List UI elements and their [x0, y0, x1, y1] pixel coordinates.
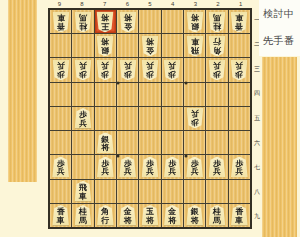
piece-kanji: 兵 — [191, 168, 199, 177]
piece-gote-lance[interactable]: 香車 — [230, 11, 249, 32]
square-4-6[interactable] — [162, 131, 183, 154]
piece-gote-pawn[interactable]: 歩兵 — [73, 60, 92, 81]
piece-kanji: 兵 — [213, 168, 221, 177]
piece-kanji: 兵 — [213, 61, 221, 70]
piece-gote-silver[interactable]: 銀将 — [185, 11, 204, 32]
square-3-2[interactable]: 飛車 — [184, 34, 205, 57]
square-3-1[interactable]: 銀将 — [184, 10, 205, 33]
piece-sente-lance[interactable]: 香車 — [230, 205, 249, 226]
square-2-8[interactable] — [206, 180, 227, 203]
status-panel: 検討中 先手番 — [259, 0, 300, 56]
square-5-5[interactable] — [139, 107, 160, 130]
piece-kanji: 兵 — [79, 119, 87, 128]
piece-kanji: 兵 — [101, 61, 109, 70]
piece-kanji: 将 — [101, 12, 109, 21]
square-6-1[interactable]: 金将 — [117, 10, 138, 33]
square-5-1[interactable] — [139, 10, 160, 33]
gote-captured-tray — [8, 0, 37, 182]
piece-sente-rook[interactable]: 飛車 — [73, 181, 92, 202]
rank-label-8: 八 — [253, 180, 261, 205]
star-point — [117, 155, 120, 158]
square-8-3[interactable]: 歩兵 — [72, 58, 93, 81]
star-point — [117, 82, 120, 85]
file-label-9: 9 — [48, 0, 71, 8]
square-6-4[interactable] — [117, 83, 138, 106]
square-1-4[interactable] — [229, 83, 250, 106]
piece-sente-pawn[interactable]: 歩兵 — [51, 156, 70, 177]
piece-kanji: 将 — [191, 12, 199, 21]
piece-kanji: 馬 — [79, 12, 87, 21]
piece-gote-knight[interactable]: 桂馬 — [207, 11, 226, 32]
piece-sente-pawn[interactable]: 歩兵 — [163, 156, 182, 177]
square-9-9[interactable]: 香車 — [50, 204, 71, 227]
square-3-8[interactable] — [184, 180, 205, 203]
square-3-9[interactable]: 銀将 — [184, 204, 205, 227]
piece-kanji: 兵 — [57, 61, 65, 70]
square-3-4[interactable] — [184, 83, 205, 106]
square-8-5[interactable]: 歩兵 — [72, 107, 93, 130]
piece-sente-king[interactable]: 玉将 — [140, 205, 159, 226]
file-label-6: 6 — [116, 0, 139, 8]
file-labels: 987654321 — [48, 0, 252, 8]
piece-sente-silver[interactable]: 銀将 — [185, 205, 204, 226]
square-5-9[interactable]: 玉将 — [139, 204, 160, 227]
square-4-7[interactable]: 歩兵 — [162, 155, 183, 178]
square-4-9[interactable]: 金将 — [162, 204, 183, 227]
square-7-2[interactable]: 銀将 — [95, 34, 116, 57]
piece-kanji: 馬 — [213, 216, 221, 225]
square-9-1[interactable]: 香車 — [50, 10, 71, 33]
piece-kanji: 桂 — [213, 21, 221, 30]
file-label-5: 5 — [139, 0, 162, 8]
square-3-3[interactable] — [184, 58, 205, 81]
piece-sente-pawn[interactable]: 歩兵 — [140, 156, 159, 177]
square-7-8[interactable] — [95, 180, 116, 203]
piece-kanji: 歩 — [79, 69, 87, 78]
piece-kanji: 兵 — [124, 61, 132, 70]
piece-kanji: 将 — [101, 144, 109, 153]
piece-kanji: 車 — [57, 12, 65, 21]
piece-kanji: 歩 — [191, 117, 199, 126]
rank-label-6: 六 — [253, 131, 261, 156]
piece-kanji: 歩 — [146, 69, 154, 78]
square-4-2[interactable] — [162, 34, 183, 57]
piece-kanji: 兵 — [146, 168, 154, 177]
square-5-6[interactable] — [139, 131, 160, 154]
shogi-board: 香車桂馬王将金将銀将桂馬香車銀将金将飛車角行歩兵歩兵歩兵歩兵歩兵歩兵歩兵歩兵歩兵… — [48, 8, 252, 229]
square-6-3[interactable]: 歩兵 — [117, 58, 138, 81]
piece-kanji: 兵 — [235, 168, 243, 177]
board-grid: 香車桂馬王将金将銀将桂馬香車銀将金将飛車角行歩兵歩兵歩兵歩兵歩兵歩兵歩兵歩兵歩兵… — [50, 10, 250, 227]
piece-kanji: 兵 — [168, 61, 176, 70]
piece-sente-pawn[interactable]: 歩兵 — [73, 108, 92, 129]
square-3-6[interactable] — [184, 131, 205, 154]
square-4-8[interactable] — [162, 180, 183, 203]
rank-label-3: 三 — [253, 57, 261, 82]
piece-sente-lance[interactable]: 香車 — [51, 205, 70, 226]
square-6-5[interactable] — [117, 107, 138, 130]
piece-kanji: 銀 — [191, 21, 199, 30]
piece-kanji: 兵 — [101, 168, 109, 177]
piece-sente-pawn[interactable]: 歩兵 — [96, 156, 115, 177]
piece-gote-king[interactable]: 王将 — [96, 11, 115, 32]
piece-kanji: 車 — [235, 216, 243, 225]
piece-kanji: 車 — [79, 192, 87, 201]
square-8-9[interactable]: 桂馬 — [72, 204, 93, 227]
square-7-9[interactable]: 角行 — [95, 204, 116, 227]
square-7-1[interactable]: 王将 — [95, 10, 116, 33]
square-5-8[interactable] — [139, 180, 160, 203]
piece-kanji: 歩 — [57, 69, 65, 78]
piece-kanji: 歩 — [213, 69, 221, 78]
file-label-1: 1 — [229, 0, 252, 8]
piece-gote-pawn[interactable]: 歩兵 — [51, 60, 70, 81]
status-analyzing: 検討中 — [259, 7, 300, 21]
piece-sente-pawn[interactable]: 歩兵 — [185, 156, 204, 177]
square-9-2[interactable] — [50, 34, 71, 57]
square-2-6[interactable] — [206, 131, 227, 154]
piece-sente-pawn[interactable]: 歩兵 — [207, 156, 226, 177]
piece-kanji: 銀 — [101, 45, 109, 54]
piece-sente-silver[interactable]: 銀将 — [96, 132, 115, 153]
piece-gote-knight[interactable]: 桂馬 — [73, 11, 92, 32]
square-2-2[interactable]: 角行 — [206, 34, 227, 57]
piece-kanji: 王 — [101, 21, 109, 30]
square-9-7[interactable]: 歩兵 — [50, 155, 71, 178]
square-5-7[interactable]: 歩兵 — [139, 155, 160, 178]
square-1-3[interactable]: 歩兵 — [229, 58, 250, 81]
piece-kanji: 将 — [124, 216, 132, 225]
square-8-7[interactable] — [72, 155, 93, 178]
square-9-4[interactable] — [50, 83, 71, 106]
piece-sente-knight[interactable]: 桂馬 — [207, 205, 226, 226]
piece-kanji: 馬 — [79, 216, 87, 225]
piece-gote-pawn[interactable]: 歩兵 — [230, 60, 249, 81]
piece-sente-knight[interactable]: 桂馬 — [73, 205, 92, 226]
piece-kanji: 将 — [146, 216, 154, 225]
rank-label-7: 七 — [253, 155, 261, 180]
square-4-1[interactable] — [162, 10, 183, 33]
rank-label-9: 九 — [253, 204, 261, 229]
piece-kanji: 桂 — [79, 21, 87, 30]
piece-kanji: 車 — [57, 216, 65, 225]
status-turn-indicator: 先手番 — [259, 34, 300, 48]
square-7-4[interactable] — [95, 83, 116, 106]
piece-kanji: 兵 — [124, 168, 132, 177]
square-3-5[interactable]: 歩兵 — [184, 107, 205, 130]
square-1-8[interactable] — [229, 180, 250, 203]
square-2-5[interactable] — [206, 107, 227, 130]
square-4-5[interactable] — [162, 107, 183, 130]
piece-kanji: 角 — [213, 45, 221, 54]
square-9-5[interactable] — [50, 107, 71, 130]
square-6-2[interactable] — [117, 34, 138, 57]
piece-kanji: 将 — [124, 12, 132, 21]
square-5-4[interactable] — [139, 83, 160, 106]
square-1-6[interactable] — [229, 131, 250, 154]
piece-kanji: 車 — [191, 36, 199, 45]
piece-sente-gold[interactable]: 金将 — [118, 205, 137, 226]
square-8-4[interactable] — [72, 83, 93, 106]
piece-kanji: 歩 — [101, 69, 109, 78]
piece-kanji: 将 — [101, 36, 109, 45]
piece-kanji: 車 — [235, 12, 243, 21]
piece-gote-bishop[interactable]: 角行 — [207, 35, 226, 56]
piece-kanji: 行 — [101, 216, 109, 225]
square-2-9[interactable]: 桂馬 — [206, 204, 227, 227]
piece-sente-bishop[interactable]: 角行 — [96, 205, 115, 226]
square-7-6[interactable]: 銀将 — [95, 131, 116, 154]
piece-kanji: 兵 — [168, 168, 176, 177]
square-2-4[interactable] — [206, 83, 227, 106]
piece-kanji: 香 — [57, 21, 65, 30]
piece-kanji: 歩 — [124, 69, 132, 78]
star-point — [185, 82, 188, 85]
piece-sente-pawn[interactable]: 歩兵 — [118, 156, 137, 177]
piece-gote-pawn[interactable]: 歩兵 — [185, 108, 204, 129]
file-label-3: 3 — [184, 0, 207, 8]
piece-kanji: 兵 — [146, 61, 154, 70]
square-4-3[interactable]: 歩兵 — [162, 58, 183, 81]
square-2-3[interactable]: 歩兵 — [206, 58, 227, 81]
piece-kanji: 飛 — [191, 45, 199, 54]
piece-gote-pawn[interactable]: 歩兵 — [118, 60, 137, 81]
square-1-2[interactable] — [229, 34, 250, 57]
piece-gote-gold[interactable]: 金将 — [140, 35, 159, 56]
file-label-4: 4 — [161, 0, 184, 8]
square-6-6[interactable] — [117, 131, 138, 154]
rank-label-4: 四 — [253, 82, 261, 107]
square-6-7[interactable]: 歩兵 — [117, 155, 138, 178]
piece-gote-gold[interactable]: 金将 — [118, 11, 137, 32]
piece-gote-pawn[interactable]: 歩兵 — [96, 60, 115, 81]
piece-kanji: 兵 — [191, 109, 199, 118]
sente-captured-tray — [262, 57, 297, 237]
square-8-2[interactable] — [72, 34, 93, 57]
piece-kanji: 兵 — [235, 61, 243, 70]
piece-gote-silver[interactable]: 銀将 — [96, 35, 115, 56]
piece-kanji: 将 — [168, 216, 176, 225]
piece-gote-lance[interactable]: 香車 — [51, 11, 70, 32]
piece-gote-pawn[interactable]: 歩兵 — [140, 60, 159, 81]
square-8-6[interactable] — [72, 131, 93, 154]
square-2-1[interactable]: 桂馬 — [206, 10, 227, 33]
piece-gote-pawn[interactable]: 歩兵 — [163, 60, 182, 81]
square-1-1[interactable]: 香車 — [229, 10, 250, 33]
square-9-3[interactable]: 歩兵 — [50, 58, 71, 81]
piece-kanji: 歩 — [168, 69, 176, 78]
piece-kanji: 兵 — [79, 61, 87, 70]
piece-gote-rook[interactable]: 飛車 — [185, 35, 204, 56]
square-1-5[interactable] — [229, 107, 250, 130]
square-1-9[interactable]: 香車 — [229, 204, 250, 227]
square-4-4[interactable] — [162, 83, 183, 106]
piece-kanji: 将 — [146, 36, 154, 45]
square-7-3[interactable]: 歩兵 — [95, 58, 116, 81]
square-1-7[interactable]: 歩兵 — [229, 155, 250, 178]
square-3-7[interactable]: 歩兵 — [184, 155, 205, 178]
square-9-6[interactable] — [50, 131, 71, 154]
square-8-8[interactable]: 飛車 — [72, 180, 93, 203]
file-label-7: 7 — [93, 0, 116, 8]
square-6-8[interactable] — [117, 180, 138, 203]
piece-kanji: 兵 — [57, 168, 65, 177]
piece-kanji: 馬 — [213, 12, 221, 21]
square-7-5[interactable] — [95, 107, 116, 130]
piece-gote-pawn[interactable]: 歩兵 — [207, 60, 226, 81]
piece-sente-pawn[interactable]: 歩兵 — [230, 156, 249, 177]
star-point — [185, 155, 188, 158]
square-8-1[interactable]: 桂馬 — [72, 10, 93, 33]
piece-kanji: 香 — [235, 21, 243, 30]
square-6-9[interactable]: 金将 — [117, 204, 138, 227]
piece-sente-gold[interactable]: 金将 — [163, 205, 182, 226]
piece-kanji: 金 — [124, 21, 132, 30]
square-2-7[interactable]: 歩兵 — [206, 155, 227, 178]
piece-kanji: 歩 — [235, 69, 243, 78]
square-7-7[interactable]: 歩兵 — [95, 155, 116, 178]
piece-kanji: 金 — [146, 45, 154, 54]
rank-label-5: 五 — [253, 106, 261, 131]
file-label-8: 8 — [71, 0, 94, 8]
square-5-2[interactable]: 金将 — [139, 34, 160, 57]
square-9-8[interactable] — [50, 180, 71, 203]
piece-kanji: 将 — [191, 216, 199, 225]
piece-kanji: 行 — [213, 36, 221, 45]
square-5-3[interactable]: 歩兵 — [139, 58, 160, 81]
file-label-2: 2 — [207, 0, 230, 8]
